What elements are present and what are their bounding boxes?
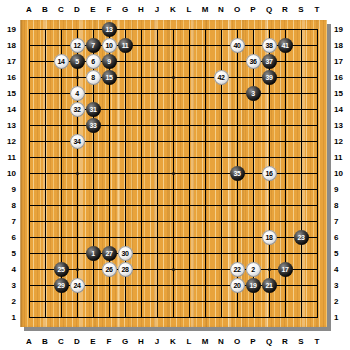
white-stone: 8 xyxy=(86,70,101,85)
go-diagram-page: ABCDEFGHJKLMNOPQRST ABCDEFGHJKLMNOPQRST … xyxy=(0,0,350,350)
black-stone: 41 xyxy=(278,38,293,53)
column-label: Q xyxy=(266,5,272,14)
column-label: H xyxy=(138,337,144,346)
white-stone: 20 xyxy=(230,278,245,293)
column-label: Q xyxy=(266,337,272,346)
white-stone: 6 xyxy=(86,54,101,69)
white-stone: 10 xyxy=(102,38,117,53)
row-label: 5 xyxy=(0,249,19,258)
black-stone: 21 xyxy=(262,278,277,293)
row-label: 15 xyxy=(331,89,350,98)
column-label: B xyxy=(42,5,48,14)
black-stone: 1 xyxy=(86,246,101,261)
row-label: 9 xyxy=(0,185,19,194)
black-stone: 13 xyxy=(102,22,117,37)
column-label: C xyxy=(58,337,64,346)
black-stone: 17 xyxy=(278,262,293,277)
white-stone: 24 xyxy=(70,278,85,293)
black-stone: 19 xyxy=(246,278,261,293)
black-stone: 37 xyxy=(262,54,277,69)
column-label: K xyxy=(170,5,176,14)
row-label: 16 xyxy=(331,73,350,82)
white-stone: 18 xyxy=(262,230,277,245)
column-label: M xyxy=(202,337,209,346)
black-stone: 27 xyxy=(102,246,117,261)
white-stone: 2 xyxy=(246,262,261,277)
row-label: 5 xyxy=(331,249,350,258)
row-label: 3 xyxy=(331,281,350,290)
column-label: K xyxy=(170,337,176,346)
column-label: G xyxy=(122,337,128,346)
column-label: D xyxy=(74,337,80,346)
row-label: 8 xyxy=(0,201,19,210)
white-stone: 32 xyxy=(70,102,85,117)
column-label: J xyxy=(155,337,159,346)
column-label: D xyxy=(74,5,80,14)
column-label: H xyxy=(138,5,144,14)
column-label: P xyxy=(250,337,255,346)
row-label: 10 xyxy=(331,169,350,178)
row-label: 3 xyxy=(0,281,19,290)
white-stone: 42 xyxy=(214,70,229,85)
column-label: R xyxy=(282,5,288,14)
row-label: 6 xyxy=(0,233,19,242)
column-label: T xyxy=(315,337,320,346)
column-label: N xyxy=(218,337,224,346)
row-labels-right: 19181716151413121110987654321 xyxy=(331,21,350,325)
column-label: E xyxy=(90,337,95,346)
row-label: 12 xyxy=(331,137,350,146)
white-stone: 14 xyxy=(54,54,69,69)
black-stone: 7 xyxy=(86,38,101,53)
stones-layer: 1234567891011121314151617181920212223242… xyxy=(21,21,325,325)
column-label: O xyxy=(234,5,240,14)
black-stone: 11 xyxy=(118,38,133,53)
white-stone: 28 xyxy=(118,262,133,277)
white-stone: 36 xyxy=(246,54,261,69)
row-label: 18 xyxy=(331,41,350,50)
column-label: G xyxy=(122,5,128,14)
white-stone: 12 xyxy=(70,38,85,53)
white-stone: 38 xyxy=(262,38,277,53)
column-label: N xyxy=(218,5,224,14)
row-label: 4 xyxy=(0,265,19,274)
column-label: A xyxy=(26,5,32,14)
column-label: J xyxy=(155,5,159,14)
black-stone: 25 xyxy=(54,262,69,277)
white-stone: 16 xyxy=(262,166,277,181)
row-label: 6 xyxy=(331,233,350,242)
black-stone: 5 xyxy=(70,54,85,69)
white-stone: 30 xyxy=(118,246,133,261)
row-label: 18 xyxy=(0,41,19,50)
black-stone: 15 xyxy=(102,70,117,85)
column-label: M xyxy=(202,5,209,14)
white-stone: 26 xyxy=(102,262,117,277)
row-label: 19 xyxy=(331,25,350,34)
row-label: 4 xyxy=(331,265,350,274)
row-label: 9 xyxy=(331,185,350,194)
column-label: T xyxy=(315,5,320,14)
column-labels-bottom: ABCDEFGHJKLMNOPQRST xyxy=(21,332,325,350)
row-label: 11 xyxy=(0,153,19,162)
column-label: O xyxy=(234,337,240,346)
column-label: S xyxy=(298,337,303,346)
white-stone: 22 xyxy=(230,262,245,277)
black-stone: 39 xyxy=(262,70,277,85)
row-label: 1 xyxy=(0,313,19,322)
row-label: 7 xyxy=(331,217,350,226)
row-label: 7 xyxy=(0,217,19,226)
row-label: 1 xyxy=(331,313,350,322)
column-label: L xyxy=(187,5,192,14)
row-label: 16 xyxy=(0,73,19,82)
row-label: 13 xyxy=(331,121,350,130)
black-stone: 29 xyxy=(54,278,69,293)
black-stone: 23 xyxy=(294,230,309,245)
column-label: E xyxy=(90,5,95,14)
row-label: 8 xyxy=(331,201,350,210)
row-label: 14 xyxy=(0,105,19,114)
column-label: R xyxy=(282,337,288,346)
white-stone: 40 xyxy=(230,38,245,53)
column-label: F xyxy=(107,5,112,14)
row-label: 11 xyxy=(331,153,350,162)
black-stone: 3 xyxy=(246,86,261,101)
black-stone: 35 xyxy=(230,166,245,181)
row-label: 14 xyxy=(331,105,350,114)
row-label: 2 xyxy=(331,297,350,306)
goban-board[interactable]: 1234567891011121314151617181920212223242… xyxy=(20,20,327,327)
row-label: 2 xyxy=(0,297,19,306)
black-stone: 33 xyxy=(86,118,101,133)
white-stone: 4 xyxy=(70,86,85,101)
row-label: 17 xyxy=(331,57,350,66)
row-label: 15 xyxy=(0,89,19,98)
row-label: 12 xyxy=(0,137,19,146)
row-labels-left: 19181716151413121110987654321 xyxy=(0,21,19,325)
column-label: B xyxy=(42,337,48,346)
column-labels-top: ABCDEFGHJKLMNOPQRST xyxy=(21,0,325,18)
column-label: A xyxy=(26,337,32,346)
row-label: 13 xyxy=(0,121,19,130)
white-stone: 34 xyxy=(70,134,85,149)
column-label: L xyxy=(187,337,192,346)
black-stone: 9 xyxy=(102,54,117,69)
column-label: C xyxy=(58,5,64,14)
row-label: 19 xyxy=(0,25,19,34)
column-label: P xyxy=(250,5,255,14)
black-stone: 31 xyxy=(86,102,101,117)
column-label: S xyxy=(298,5,303,14)
row-label: 10 xyxy=(0,169,19,178)
column-label: F xyxy=(107,337,112,346)
row-label: 17 xyxy=(0,57,19,66)
